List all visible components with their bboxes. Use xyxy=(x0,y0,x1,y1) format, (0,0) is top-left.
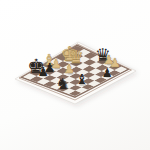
chess-board: ♝♚♟♟♟♚♛♟♛♞♟♝♟♟ xyxy=(0,0,150,150)
piece-black-knight-a3[interactable]: ♞ xyxy=(56,75,70,93)
piece-black-bishop-c2[interactable]: ♝ xyxy=(75,71,88,87)
piece-black-pawn-f1[interactable]: ♟ xyxy=(102,66,113,80)
photo-background: ♝♚♟♟♟♚♛♟♛♞♟♝♟♟ xyxy=(0,0,150,150)
